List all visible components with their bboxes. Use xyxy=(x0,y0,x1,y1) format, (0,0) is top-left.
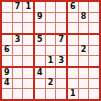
cell-r7c3-empty[interactable] xyxy=(23,68,33,78)
cell-r5c7-empty[interactable] xyxy=(68,46,78,56)
cell-r2c9-empty[interactable] xyxy=(89,13,99,23)
box-2-1: 36 xyxy=(2,35,33,66)
cell-r3c8-empty[interactable] xyxy=(79,23,89,33)
cell-r9c3-empty[interactable] xyxy=(23,89,33,99)
cell-r4c5-empty[interactable] xyxy=(46,35,56,45)
cell-r6c1-empty[interactable] xyxy=(2,56,12,66)
cell-r2c3-empty[interactable] xyxy=(23,13,33,23)
cell-r8c7-empty[interactable] xyxy=(68,79,78,89)
cell-r4c9-empty[interactable] xyxy=(89,35,99,45)
cell-r4c8-empty[interactable] xyxy=(79,35,89,45)
cell-r5c1-given: 6 xyxy=(2,46,12,56)
box-2-2: 5713 xyxy=(35,35,66,66)
box-3-3: 1 xyxy=(68,68,99,99)
cell-r3c9-empty[interactable] xyxy=(89,23,99,33)
cell-r3c4-empty[interactable] xyxy=(35,23,45,33)
cell-r6c3-empty[interactable] xyxy=(23,56,33,66)
cell-r1c9-empty[interactable] xyxy=(89,2,99,12)
cell-r1c5-empty[interactable] xyxy=(46,2,56,12)
cell-r8c5-given: 2 xyxy=(46,79,56,89)
cell-r8c1-given: 4 xyxy=(2,79,12,89)
cell-r7c6-empty[interactable] xyxy=(56,68,66,78)
cell-r6c4-empty[interactable] xyxy=(35,56,45,66)
cell-r2c2-empty[interactable] xyxy=(13,13,23,23)
cell-r6c9-empty[interactable] xyxy=(89,56,99,66)
cell-r5c8-given: 2 xyxy=(79,46,89,56)
cell-r4c7-empty[interactable] xyxy=(68,35,78,45)
cell-r4c3-empty[interactable] xyxy=(23,35,33,45)
cell-r6c8-empty[interactable] xyxy=(79,56,89,66)
cell-r5c2-empty[interactable] xyxy=(13,46,23,56)
cell-r2c1-empty[interactable] xyxy=(2,13,12,23)
cell-r8c8-empty[interactable] xyxy=(79,79,89,89)
cell-r7c5-empty[interactable] xyxy=(46,68,56,78)
cell-r3c5-empty[interactable] xyxy=(46,23,56,33)
cell-r4c1-empty[interactable] xyxy=(2,35,12,45)
cell-r9c8-empty[interactable] xyxy=(79,89,89,99)
cell-r2c6-empty[interactable] xyxy=(56,13,66,23)
cell-r9c1-empty[interactable] xyxy=(2,89,12,99)
cell-r2c5-empty[interactable] xyxy=(46,13,56,23)
cell-r9c5-empty[interactable] xyxy=(46,89,56,99)
cell-r5c4-empty[interactable] xyxy=(35,46,45,56)
cell-r9c4-empty[interactable] xyxy=(35,89,45,99)
cell-r4c4-given: 5 xyxy=(35,35,45,45)
cell-r7c9-empty[interactable] xyxy=(89,68,99,78)
cell-r8c2-empty[interactable] xyxy=(13,79,23,89)
cell-r6c5-given: 1 xyxy=(46,56,56,66)
cell-r5c3-empty[interactable] xyxy=(23,46,33,56)
cell-r5c9-empty[interactable] xyxy=(89,46,99,56)
cell-r8c9-empty[interactable] xyxy=(89,79,99,89)
cell-r7c8-empty[interactable] xyxy=(79,68,89,78)
box-1-1: 71 xyxy=(2,2,33,33)
cell-r5c5-empty[interactable] xyxy=(46,46,56,56)
cell-r3c3-empty[interactable] xyxy=(23,23,33,33)
cell-r4c2-given: 3 xyxy=(13,35,23,45)
cell-r3c7-empty[interactable] xyxy=(68,23,78,33)
cell-r6c7-empty[interactable] xyxy=(68,56,78,66)
box-3-2: 42 xyxy=(35,68,66,99)
cell-r2c8-given: 8 xyxy=(79,13,89,23)
box-3-1: 94 xyxy=(2,68,33,99)
cell-r8c6-empty[interactable] xyxy=(56,79,66,89)
cell-r1c4-empty[interactable] xyxy=(35,2,45,12)
cell-r7c1-given: 9 xyxy=(2,68,12,78)
cell-r6c2-empty[interactable] xyxy=(13,56,23,66)
cell-r3c1-empty[interactable] xyxy=(2,23,12,33)
cell-r1c3-given: 1 xyxy=(23,2,33,12)
cell-r1c7-given: 6 xyxy=(68,2,78,12)
sudoku-board: 71968365713294421 xyxy=(0,0,101,101)
cell-r7c7-empty[interactable] xyxy=(68,68,78,78)
cell-r2c4-given: 9 xyxy=(35,13,45,23)
cell-r9c2-empty[interactable] xyxy=(13,89,23,99)
cell-r9c7-given: 1 xyxy=(68,89,78,99)
cell-r9c6-empty[interactable] xyxy=(56,89,66,99)
cell-r5c6-empty[interactable] xyxy=(56,46,66,56)
box-2-3: 2 xyxy=(68,35,99,66)
cell-r1c1-empty[interactable] xyxy=(2,2,12,12)
cell-r8c3-empty[interactable] xyxy=(23,79,33,89)
cell-r9c9-empty[interactable] xyxy=(89,89,99,99)
cell-r1c6-empty[interactable] xyxy=(56,2,66,12)
box-1-3: 68 xyxy=(68,2,99,33)
cell-r7c2-empty[interactable] xyxy=(13,68,23,78)
cell-r3c2-empty[interactable] xyxy=(13,23,23,33)
cell-r3c6-empty[interactable] xyxy=(56,23,66,33)
cell-r1c8-empty[interactable] xyxy=(79,2,89,12)
cell-r7c4-given: 4 xyxy=(35,68,45,78)
cell-r2c7-empty[interactable] xyxy=(68,13,78,23)
cell-r8c4-empty[interactable] xyxy=(35,79,45,89)
cell-r4c6-given: 7 xyxy=(56,35,66,45)
cell-r1c2-given: 7 xyxy=(13,2,23,12)
cell-r6c6-given: 3 xyxy=(56,56,66,66)
box-1-2: 9 xyxy=(35,2,66,33)
